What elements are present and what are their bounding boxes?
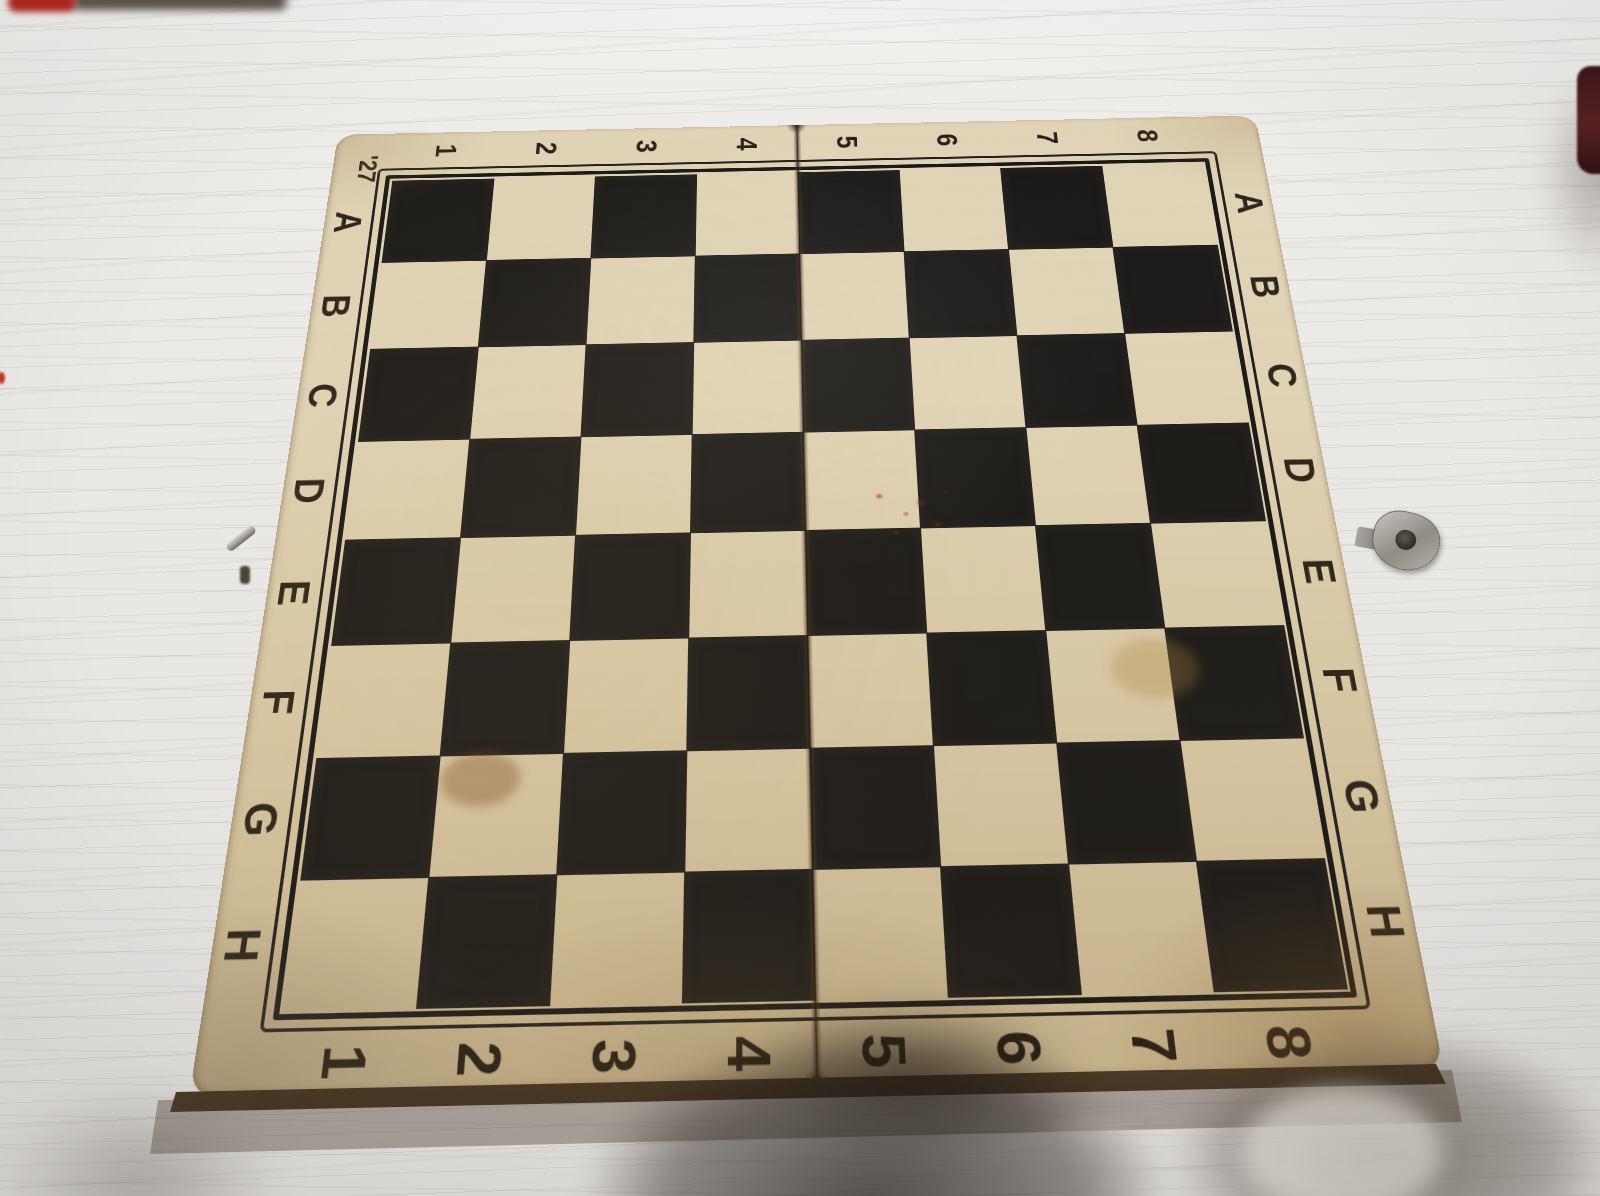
- rank-label-right-D: D: [1276, 456, 1322, 483]
- photo: { "game": "chess", "position": { "fen": …: [0, 0, 1600, 1196]
- rank-label-right-A: A: [1228, 192, 1270, 214]
- rank-label-left-E: E: [270, 579, 316, 606]
- corner-mark: '27: [351, 155, 385, 183]
- rank-label-right-H: H: [1358, 903, 1412, 938]
- rank-label-left-H: H: [216, 927, 269, 963]
- file-label-top-4: 4: [732, 137, 762, 150]
- rank-label-left-F: F: [254, 688, 302, 714]
- file-label-top-2: 2: [531, 142, 562, 155]
- file-label-top-6: 6: [932, 133, 963, 146]
- fold-seam-top-notch: [786, 124, 807, 134]
- hinge-pin-tip: [240, 566, 250, 584]
- shadow-bottom-left: [0, 1020, 330, 1196]
- clasp-hole: [1393, 528, 1418, 552]
- rank-label-right-F: F: [1315, 666, 1364, 692]
- file-label-top-8: 8: [1132, 129, 1164, 142]
- file-label-top-1: 1: [431, 144, 462, 157]
- file-label-top-5: 5: [832, 135, 862, 148]
- file-label-top-3: 3: [632, 140, 662, 153]
- rank-label-right-E: E: [1295, 558, 1343, 584]
- rank-label-right-B: B: [1243, 275, 1286, 299]
- rank-label-left-G: G: [235, 801, 286, 836]
- red-speckle-stain: [858, 473, 966, 548]
- red-object-top-left: [8, 0, 76, 12]
- table-edge-object: [72, 0, 287, 10]
- rank-label-left-C: C: [300, 383, 344, 408]
- file-label-top-7: 7: [1032, 131, 1063, 144]
- rank-label-right-G: G: [1335, 778, 1387, 813]
- photographer-shadow-apex: [700, 938, 1130, 1168]
- rank-label-left-B: B: [314, 294, 356, 318]
- rank-label-right-C: C: [1259, 363, 1304, 388]
- rank-label-left-A: A: [327, 211, 368, 233]
- rank-label-left-D: D: [286, 477, 331, 504]
